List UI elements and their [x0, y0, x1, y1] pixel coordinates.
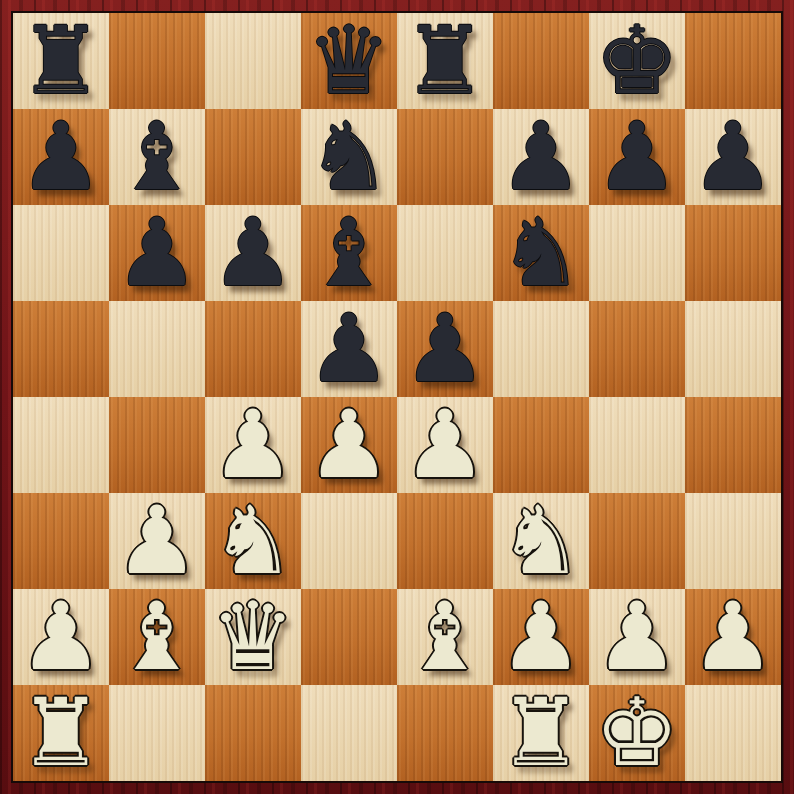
square-c1[interactable]	[205, 685, 301, 781]
square-a8[interactable]: ♜	[13, 13, 109, 109]
square-e6[interactable]	[397, 205, 493, 301]
square-b7[interactable]: ♝	[109, 109, 205, 205]
black-queen: ♛	[301, 13, 397, 109]
square-g8[interactable]: ♚	[589, 13, 685, 109]
square-c7[interactable]	[205, 109, 301, 205]
square-g6[interactable]	[589, 205, 685, 301]
black-bishop: ♝	[109, 109, 205, 205]
white-pawn: ♟	[685, 589, 781, 685]
square-d5[interactable]: ♟	[301, 301, 397, 397]
black-pawn: ♟	[589, 109, 685, 205]
square-g4[interactable]	[589, 397, 685, 493]
square-a5[interactable]	[13, 301, 109, 397]
square-g5[interactable]	[589, 301, 685, 397]
square-c8[interactable]	[205, 13, 301, 109]
white-bishop: ♝	[397, 589, 493, 685]
square-f3[interactable]: ♞	[493, 493, 589, 589]
white-pawn: ♟	[301, 397, 397, 493]
square-d4[interactable]: ♟	[301, 397, 397, 493]
square-e5[interactable]: ♟	[397, 301, 493, 397]
square-e4[interactable]: ♟	[397, 397, 493, 493]
black-pawn: ♟	[397, 301, 493, 397]
square-c5[interactable]	[205, 301, 301, 397]
square-e3[interactable]	[397, 493, 493, 589]
square-f6[interactable]: ♞	[493, 205, 589, 301]
square-c6[interactable]: ♟	[205, 205, 301, 301]
square-b1[interactable]	[109, 685, 205, 781]
white-knight: ♞	[205, 493, 301, 589]
square-a7[interactable]: ♟	[13, 109, 109, 205]
square-h2[interactable]: ♟	[685, 589, 781, 685]
white-pawn: ♟	[109, 493, 205, 589]
square-g1[interactable]: ♚	[589, 685, 685, 781]
white-bishop: ♝	[109, 589, 205, 685]
square-h8[interactable]	[685, 13, 781, 109]
board-frame: ♜♛♜♚♟♝♞♟♟♟♟♟♝♞♟♟♟♟♟♟♞♞♟♝♛♝♟♟♟♜♜♚	[0, 0, 794, 794]
black-pawn: ♟	[493, 109, 589, 205]
square-h1[interactable]	[685, 685, 781, 781]
black-pawn: ♟	[205, 205, 301, 301]
square-e1[interactable]	[397, 685, 493, 781]
white-knight: ♞	[493, 493, 589, 589]
black-king: ♚	[589, 13, 685, 109]
black-bishop: ♝	[301, 205, 397, 301]
square-f1[interactable]: ♜	[493, 685, 589, 781]
white-rook: ♜	[13, 685, 109, 781]
square-c4[interactable]: ♟	[205, 397, 301, 493]
square-b3[interactable]: ♟	[109, 493, 205, 589]
square-h3[interactable]	[685, 493, 781, 589]
black-rook: ♜	[397, 13, 493, 109]
white-pawn: ♟	[205, 397, 301, 493]
square-a6[interactable]	[13, 205, 109, 301]
square-h5[interactable]	[685, 301, 781, 397]
square-f7[interactable]: ♟	[493, 109, 589, 205]
black-pawn: ♟	[301, 301, 397, 397]
white-king: ♚	[589, 685, 685, 781]
black-pawn: ♟	[109, 205, 205, 301]
square-g3[interactable]	[589, 493, 685, 589]
square-a1[interactable]: ♜	[13, 685, 109, 781]
black-pawn: ♟	[13, 109, 109, 205]
square-h6[interactable]	[685, 205, 781, 301]
square-e8[interactable]: ♜	[397, 13, 493, 109]
square-f8[interactable]	[493, 13, 589, 109]
square-e7[interactable]	[397, 109, 493, 205]
square-c3[interactable]: ♞	[205, 493, 301, 589]
square-f5[interactable]	[493, 301, 589, 397]
square-a4[interactable]	[13, 397, 109, 493]
square-d3[interactable]	[301, 493, 397, 589]
square-g7[interactable]: ♟	[589, 109, 685, 205]
black-knight: ♞	[301, 109, 397, 205]
square-e2[interactable]: ♝	[397, 589, 493, 685]
square-b4[interactable]	[109, 397, 205, 493]
square-h7[interactable]: ♟	[685, 109, 781, 205]
square-h4[interactable]	[685, 397, 781, 493]
square-d2[interactable]	[301, 589, 397, 685]
square-b8[interactable]	[109, 13, 205, 109]
black-rook: ♜	[13, 13, 109, 109]
square-d6[interactable]: ♝	[301, 205, 397, 301]
white-pawn: ♟	[589, 589, 685, 685]
square-b5[interactable]	[109, 301, 205, 397]
black-knight: ♞	[493, 205, 589, 301]
square-d8[interactable]: ♛	[301, 13, 397, 109]
square-a3[interactable]	[13, 493, 109, 589]
square-f4[interactable]	[493, 397, 589, 493]
square-c2[interactable]: ♛	[205, 589, 301, 685]
white-pawn: ♟	[397, 397, 493, 493]
black-pawn: ♟	[685, 109, 781, 205]
white-pawn: ♟	[13, 589, 109, 685]
chess-board: ♜♛♜♚♟♝♞♟♟♟♟♟♝♞♟♟♟♟♟♟♞♞♟♝♛♝♟♟♟♜♜♚	[11, 11, 783, 783]
square-b2[interactable]: ♝	[109, 589, 205, 685]
white-queen: ♛	[205, 589, 301, 685]
square-d7[interactable]: ♞	[301, 109, 397, 205]
square-g2[interactable]: ♟	[589, 589, 685, 685]
square-f2[interactable]: ♟	[493, 589, 589, 685]
white-rook: ♜	[493, 685, 589, 781]
white-pawn: ♟	[493, 589, 589, 685]
square-d1[interactable]	[301, 685, 397, 781]
square-a2[interactable]: ♟	[13, 589, 109, 685]
square-b6[interactable]: ♟	[109, 205, 205, 301]
